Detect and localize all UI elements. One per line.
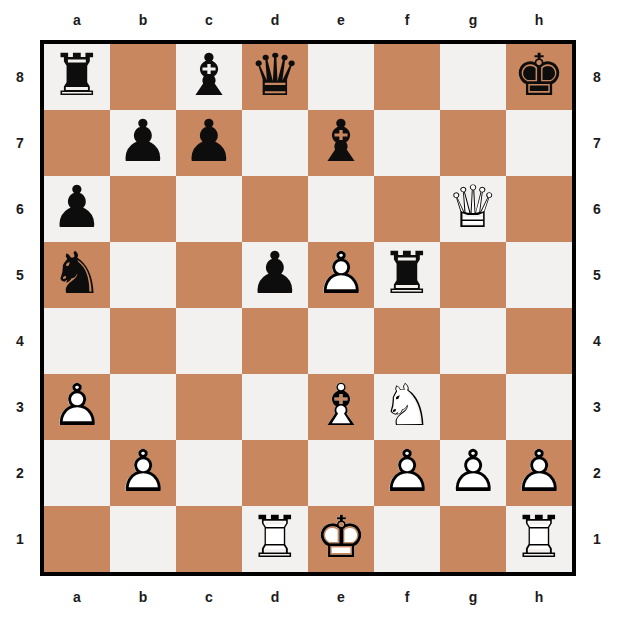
square-b2[interactable]: ♟♙ (110, 440, 176, 506)
square-g8[interactable] (440, 44, 506, 110)
file-label-h: h (506, 576, 572, 617)
file-label-e: e (308, 0, 374, 40)
file-label-a: a (44, 0, 110, 40)
rank-label-4: 4 (0, 308, 40, 374)
white-pawn-outline-glyph: ♙ (44, 374, 110, 440)
file-label-f: f (374, 0, 440, 40)
square-g4[interactable] (440, 308, 506, 374)
white-pawn-outline-glyph: ♙ (308, 242, 374, 308)
file-labels-bottom: abcdefgh (44, 576, 572, 617)
black-pawn-glyph: ♟ (110, 110, 176, 176)
rank-label-4: 4 (576, 308, 618, 374)
square-a3[interactable]: ♟♙ (44, 374, 110, 440)
piece-white-knight-f3[interactable]: ♞♘ (374, 374, 440, 440)
piece-white-queen-g6[interactable]: ♛♕ (440, 176, 506, 242)
square-e2[interactable] (308, 440, 374, 506)
rank-label-3: 3 (576, 374, 618, 440)
square-b5[interactable] (110, 242, 176, 308)
piece-white-king-e1[interactable]: ♚♔ (308, 506, 374, 572)
square-e7[interactable]: ♝ (308, 110, 374, 176)
square-c1[interactable] (176, 506, 242, 572)
rank-label-2: 2 (0, 440, 40, 506)
rank-labels-left: 87654321 (0, 44, 40, 572)
black-bishop-glyph: ♝ (308, 110, 374, 176)
square-f4[interactable] (374, 308, 440, 374)
square-c5[interactable] (176, 242, 242, 308)
rank-label-8: 8 (576, 44, 618, 110)
white-king-outline-glyph: ♔ (308, 506, 374, 572)
piece-white-pawn-f2[interactable]: ♟♙ (374, 440, 440, 506)
square-h7[interactable] (506, 110, 572, 176)
square-d2[interactable] (242, 440, 308, 506)
file-label-d: d (242, 0, 308, 40)
square-g1[interactable] (440, 506, 506, 572)
square-g5[interactable] (440, 242, 506, 308)
square-a2[interactable] (44, 440, 110, 506)
square-a4[interactable] (44, 308, 110, 374)
square-e4[interactable] (308, 308, 374, 374)
white-pawn-outline-glyph: ♙ (440, 440, 506, 506)
chess-diagram: abcdefgh 87654321 ♜♝♛♚♟♟♝♟♛♕♞♟♟♙♜♟♙♝♗♞♘♟… (0, 0, 618, 617)
piece-black-rook-a8[interactable]: ♜ (44, 44, 110, 110)
square-e6[interactable] (308, 176, 374, 242)
piece-white-rook-h1[interactable]: ♜♖ (506, 506, 572, 572)
square-c4[interactable] (176, 308, 242, 374)
rank-label-3: 3 (0, 374, 40, 440)
piece-white-pawn-g2[interactable]: ♟♙ (440, 440, 506, 506)
square-d5[interactable]: ♟ (242, 242, 308, 308)
square-e1[interactable]: ♚♔ (308, 506, 374, 572)
square-b6[interactable] (110, 176, 176, 242)
square-b8[interactable] (110, 44, 176, 110)
white-knight-outline-glyph: ♘ (374, 374, 440, 440)
rank-labels-right: 87654321 (576, 44, 618, 572)
white-bishop-outline-glyph: ♗ (308, 374, 374, 440)
square-d7[interactable] (242, 110, 308, 176)
square-f7[interactable] (374, 110, 440, 176)
piece-black-bishop-e7[interactable]: ♝ (308, 110, 374, 176)
square-c2[interactable] (176, 440, 242, 506)
square-f3[interactable]: ♞♘ (374, 374, 440, 440)
rank-label-8: 8 (0, 44, 40, 110)
piece-white-pawn-a3[interactable]: ♟♙ (44, 374, 110, 440)
square-h4[interactable] (506, 308, 572, 374)
black-pawn-glyph: ♟ (176, 110, 242, 176)
square-e8[interactable] (308, 44, 374, 110)
square-d6[interactable] (242, 176, 308, 242)
file-label-b: b (110, 576, 176, 617)
piece-white-pawn-h2[interactable]: ♟♙ (506, 440, 572, 506)
file-label-b: b (110, 0, 176, 40)
piece-white-rook-d1[interactable]: ♜♖ (242, 506, 308, 572)
rank-label-5: 5 (576, 242, 618, 308)
file-label-e: e (308, 576, 374, 617)
file-label-a: a (44, 576, 110, 617)
piece-black-rook-f5[interactable]: ♜ (374, 242, 440, 308)
rank-label-6: 6 (0, 176, 40, 242)
file-label-g: g (440, 576, 506, 617)
white-pawn-outline-glyph: ♙ (506, 440, 572, 506)
square-h1[interactable]: ♜♖ (506, 506, 572, 572)
black-pawn-glyph: ♟ (242, 242, 308, 308)
square-d3[interactable] (242, 374, 308, 440)
white-queen-outline-glyph: ♕ (440, 176, 506, 242)
square-f6[interactable] (374, 176, 440, 242)
piece-black-pawn-c7[interactable]: ♟ (176, 110, 242, 176)
piece-white-pawn-b2[interactable]: ♟♙ (110, 440, 176, 506)
square-d8[interactable]: ♛ (242, 44, 308, 110)
piece-black-knight-a5[interactable]: ♞ (44, 242, 110, 308)
square-a6[interactable]: ♟ (44, 176, 110, 242)
file-labels-top: abcdefgh (44, 0, 572, 40)
black-queen-glyph: ♛ (242, 44, 308, 110)
square-e5[interactable]: ♟♙ (308, 242, 374, 308)
rank-label-1: 1 (576, 506, 618, 572)
file-label-c: c (176, 576, 242, 617)
square-f5[interactable]: ♜ (374, 242, 440, 308)
square-d4[interactable] (242, 308, 308, 374)
square-a8[interactable]: ♜ (44, 44, 110, 110)
piece-black-king-h8[interactable]: ♚ (506, 44, 572, 110)
square-e3[interactable]: ♝♗ (308, 374, 374, 440)
square-h6[interactable] (506, 176, 572, 242)
square-b1[interactable] (110, 506, 176, 572)
rank-label-7: 7 (576, 110, 618, 176)
piece-white-pawn-e5[interactable]: ♟♙ (308, 242, 374, 308)
square-h5[interactable] (506, 242, 572, 308)
rank-label-5: 5 (0, 242, 40, 308)
square-g7[interactable] (440, 110, 506, 176)
black-rook-glyph: ♜ (44, 44, 110, 110)
black-king-glyph: ♚ (506, 44, 572, 110)
file-label-g: g (440, 0, 506, 40)
square-a7[interactable] (44, 110, 110, 176)
piece-black-pawn-a6[interactable]: ♟ (44, 176, 110, 242)
black-pawn-glyph: ♟ (44, 176, 110, 242)
square-f2[interactable]: ♟♙ (374, 440, 440, 506)
square-c6[interactable] (176, 176, 242, 242)
piece-black-pawn-b7[interactable]: ♟ (110, 110, 176, 176)
square-h2[interactable]: ♟♙ (506, 440, 572, 506)
white-pawn-outline-glyph: ♙ (374, 440, 440, 506)
square-f8[interactable] (374, 44, 440, 110)
piece-black-bishop-c8[interactable]: ♝ (176, 44, 242, 110)
file-label-f: f (374, 576, 440, 617)
square-h3[interactable] (506, 374, 572, 440)
piece-black-pawn-d5[interactable]: ♟ (242, 242, 308, 308)
rank-label-1: 1 (0, 506, 40, 572)
square-c7[interactable]: ♟ (176, 110, 242, 176)
square-b4[interactable] (110, 308, 176, 374)
square-f1[interactable] (374, 506, 440, 572)
white-rook-outline-glyph: ♖ (506, 506, 572, 572)
black-rook-glyph: ♜ (374, 242, 440, 308)
square-g6[interactable]: ♛♕ (440, 176, 506, 242)
square-b7[interactable]: ♟ (110, 110, 176, 176)
square-b3[interactable] (110, 374, 176, 440)
square-g3[interactable] (440, 374, 506, 440)
square-h8[interactable]: ♚ (506, 44, 572, 110)
rank-label-7: 7 (0, 110, 40, 176)
rank-label-6: 6 (576, 176, 618, 242)
white-pawn-outline-glyph: ♙ (110, 440, 176, 506)
rank-label-2: 2 (576, 440, 618, 506)
piece-black-queen-d8[interactable]: ♛ (242, 44, 308, 110)
file-label-c: c (176, 0, 242, 40)
board: ♜♝♛♚♟♟♝♟♛♕♞♟♟♙♜♟♙♝♗♞♘♟♙♟♙♟♙♟♙♜♖♚♔♜♖ (40, 40, 576, 576)
file-label-h: h (506, 0, 572, 40)
square-g2[interactable]: ♟♙ (440, 440, 506, 506)
white-rook-outline-glyph: ♖ (242, 506, 308, 572)
piece-white-bishop-e3[interactable]: ♝♗ (308, 374, 374, 440)
square-c8[interactable]: ♝ (176, 44, 242, 110)
black-bishop-glyph: ♝ (176, 44, 242, 110)
file-label-d: d (242, 576, 308, 617)
black-knight-glyph: ♞ (44, 242, 110, 308)
square-c3[interactable] (176, 374, 242, 440)
square-a5[interactable]: ♞ (44, 242, 110, 308)
square-a1[interactable] (44, 506, 110, 572)
square-d1[interactable]: ♜♖ (242, 506, 308, 572)
